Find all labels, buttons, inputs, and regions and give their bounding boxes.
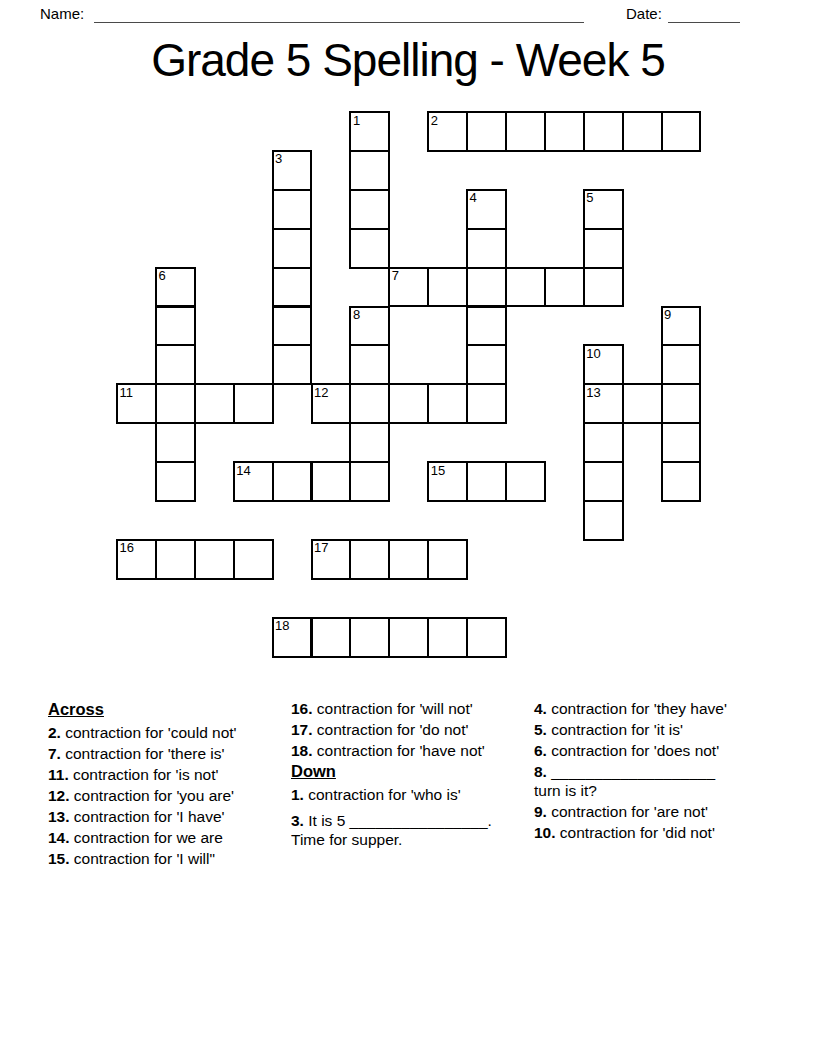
grid-cell[interactable]: [388, 617, 429, 658]
grid-cell[interactable]: [583, 461, 624, 502]
grid-cell[interactable]: [311, 461, 352, 502]
grid-cell[interactable]: [349, 228, 390, 269]
clue-item: 8. ___________________ turn is it?: [534, 762, 745, 801]
clue-item: 17. contraction for 'do not': [291, 720, 517, 739]
grid-cell[interactable]: [233, 383, 274, 424]
name-line[interactable]: [94, 8, 584, 23]
grid-cell[interactable]: [505, 267, 546, 308]
grid-cell[interactable]: [388, 383, 429, 424]
grid-cell[interactable]: [272, 344, 313, 385]
clue-item: 5. contraction for 'it is': [534, 720, 745, 739]
clue-number: 18: [275, 619, 289, 632]
grid-cell[interactable]: [311, 617, 352, 658]
grid-cell[interactable]: [583, 422, 624, 463]
grid-cell[interactable]: [661, 383, 702, 424]
clue-number: 2: [431, 114, 438, 127]
grid-cell[interactable]: [622, 383, 663, 424]
clues-column-2: 16. contraction for 'will not'17. contra…: [291, 699, 517, 851]
grid-cell[interactable]: [661, 461, 702, 502]
grid-cell[interactable]: [233, 539, 274, 580]
grid-cell[interactable]: [194, 383, 235, 424]
grid-cell[interactable]: [466, 111, 507, 152]
grid-cell[interactable]: [466, 461, 507, 502]
grid-cell[interactable]: [349, 617, 390, 658]
grid-cell[interactable]: [155, 306, 196, 347]
grid-cell[interactable]: [272, 267, 313, 308]
clue-item: 7. contraction for 'there is': [48, 744, 271, 763]
clue-number: 1: [353, 114, 360, 127]
clues-section-header: Down: [291, 762, 517, 781]
clues-section-header: Across: [48, 700, 271, 719]
grid-cell[interactable]: [466, 383, 507, 424]
grid-cell[interactable]: [622, 111, 663, 152]
grid-cell[interactable]: [349, 383, 390, 424]
clue-item: 12. contraction for 'you are': [48, 786, 271, 805]
grid-cell[interactable]: [583, 228, 624, 269]
clue-item: 2. contraction for 'could not': [48, 723, 271, 742]
clue-number: 11: [120, 386, 134, 399]
clue-item: 13. contraction for 'I have': [48, 807, 271, 826]
grid-cell[interactable]: [272, 228, 313, 269]
clue-number: 5: [586, 191, 593, 204]
grid-cell[interactable]: [272, 189, 313, 230]
grid-cell[interactable]: [583, 500, 624, 541]
grid-cell[interactable]: [272, 461, 313, 502]
date-label: Date:: [626, 5, 662, 22]
clue-item: 15. contraction for 'I will": [48, 849, 271, 868]
grid-cell[interactable]: [466, 228, 507, 269]
clue-number: 16: [120, 541, 134, 554]
grid-cell[interactable]: [466, 306, 507, 347]
grid-cell[interactable]: [155, 539, 196, 580]
worksheet-page: { "game": "crossword", "title": "Grade 5…: [0, 0, 816, 1056]
grid-cell[interactable]: [349, 344, 390, 385]
grid-cell[interactable]: [349, 461, 390, 502]
clue-number: 10: [586, 347, 600, 360]
grid-cell[interactable]: [272, 306, 313, 347]
grid-cell[interactable]: [505, 111, 546, 152]
grid-cell[interactable]: [466, 267, 507, 308]
clue-item: 18. contraction for 'have not': [291, 741, 517, 760]
clue-number: 14: [236, 464, 250, 477]
grid-cell[interactable]: [349, 539, 390, 580]
grid-cell[interactable]: [349, 150, 390, 191]
clue-number: 3: [275, 152, 282, 165]
clue-item: 14. contraction for we are: [48, 828, 271, 847]
grid-cell[interactable]: [155, 422, 196, 463]
clue-number: 17: [314, 541, 328, 554]
grid-cell[interactable]: [466, 344, 507, 385]
clues-column-1: Across2. contraction for 'could not'7. c…: [48, 699, 271, 870]
clue-number: 12: [314, 386, 328, 399]
clue-item: 10. contraction for 'did not': [534, 823, 745, 842]
grid-cell[interactable]: [388, 539, 429, 580]
clue-number: 13: [586, 386, 600, 399]
grid-cell[interactable]: [155, 383, 196, 424]
grid-cell[interactable]: [661, 422, 702, 463]
date-line[interactable]: [668, 8, 740, 23]
grid-cell[interactable]: [505, 461, 546, 502]
clue-item: 16. contraction for 'will not': [291, 699, 517, 718]
grid-cell[interactable]: [194, 539, 235, 580]
grid-cell[interactable]: [427, 539, 468, 580]
grid-cell[interactable]: [427, 383, 468, 424]
clue-item: 4. contraction for 'they have': [534, 699, 745, 718]
clue-number: 8: [353, 308, 360, 321]
clue-number: 4: [470, 191, 477, 204]
clue-item: 9. contraction for 'are not': [534, 802, 745, 821]
grid-cell[interactable]: [349, 422, 390, 463]
grid-cell[interactable]: [544, 267, 585, 308]
grid-cell[interactable]: [427, 267, 468, 308]
grid-cell[interactable]: [466, 617, 507, 658]
grid-cell[interactable]: [661, 111, 702, 152]
page-title: Grade 5 Spelling - Week 5: [0, 33, 816, 87]
crossword-grid: 123456789101112131415161718: [116, 111, 702, 659]
grid-cell[interactable]: [583, 111, 624, 152]
grid-cell[interactable]: [155, 344, 196, 385]
grid-cell[interactable]: [583, 267, 624, 308]
clue-item: 1. contraction for 'who is': [291, 785, 517, 804]
grid-cell[interactable]: [155, 461, 196, 502]
grid-cell[interactable]: [427, 617, 468, 658]
name-label: Name:: [40, 5, 84, 22]
clues-column-3: 4. contraction for 'they have'5. contrac…: [534, 699, 745, 844]
clue-item: 6. contraction for 'does not': [534, 741, 745, 760]
clue-number: 9: [664, 308, 671, 321]
grid-cell[interactable]: [544, 111, 585, 152]
clue-item: 11. contraction for 'is not': [48, 765, 271, 784]
clue-number: 7: [392, 269, 399, 282]
grid-cell[interactable]: [349, 189, 390, 230]
clue-item: 3. It is 5 ________________. Time for su…: [291, 811, 517, 850]
grid-cell[interactable]: [661, 344, 702, 385]
clue-number: 6: [158, 269, 165, 282]
clue-number: 15: [431, 464, 445, 477]
